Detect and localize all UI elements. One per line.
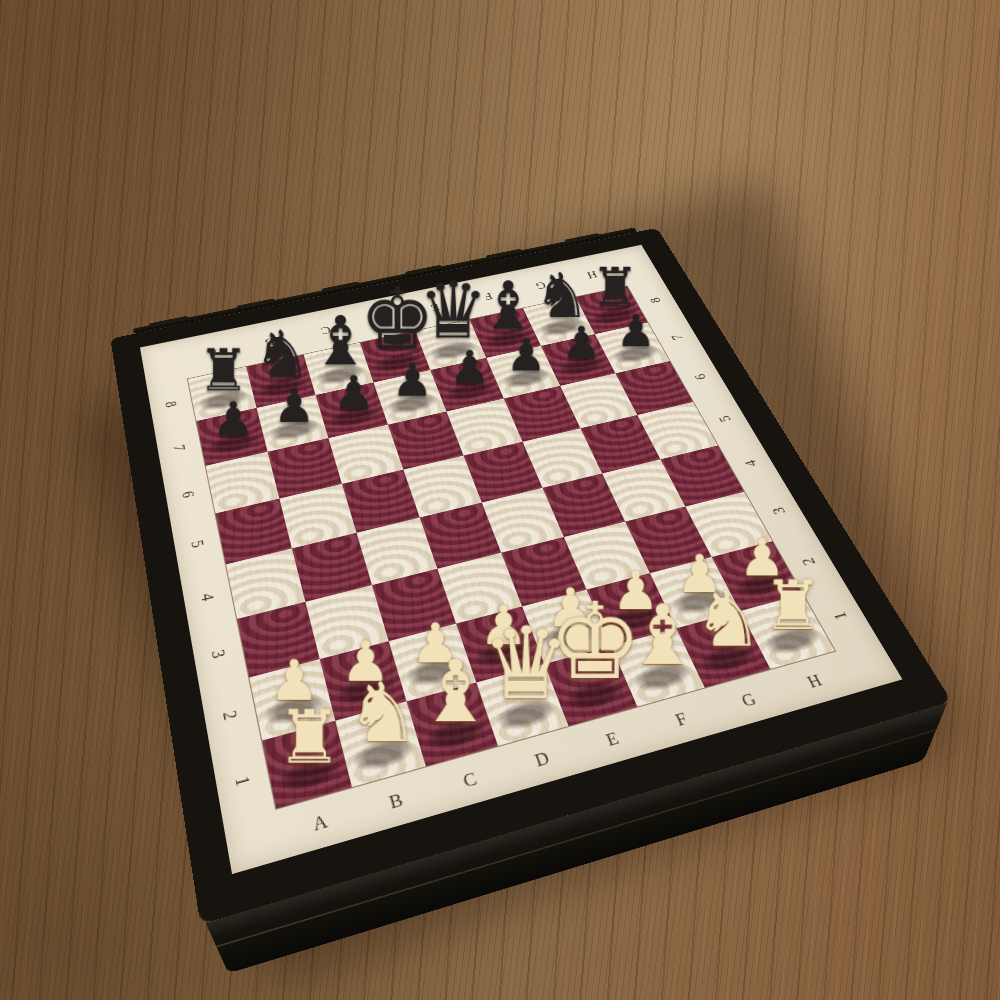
- hinge-segment: [486, 249, 523, 260]
- board-perspective-wrapper: ABCDEFGHABCDEFGH8765432187654321 ♜♞♝♚♛♝♞…: [150, 160, 810, 836]
- piece-white-rook-a1: ♜: [238, 700, 381, 776]
- scene: ABCDEFGHABCDEFGH8765432187654321 ♜♞♝♚♛♝♞…: [0, 0, 1000, 1000]
- hinge-segment: [236, 298, 275, 310]
- hinge-segment: [564, 233, 600, 243]
- hinge-segment: [149, 316, 189, 328]
- label-file-top-a: A: [206, 348, 219, 360]
